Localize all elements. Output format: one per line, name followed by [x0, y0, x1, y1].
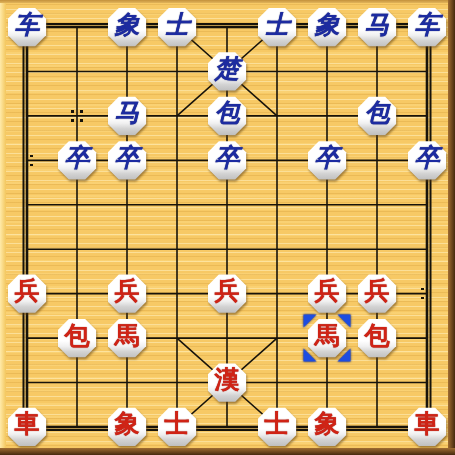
board-point-c10[interactable]: 象 [102, 5, 152, 49]
cho-cannon[interactable]: 包 [358, 96, 397, 135]
board-point-e10[interactable] [202, 5, 252, 49]
piece-glyph: 卒 [308, 141, 347, 174]
board-point-b5[interactable] [52, 227, 102, 271]
board-point-f5[interactable] [252, 227, 302, 271]
han-cannon[interactable]: 包 [358, 319, 397, 358]
board-point-i5[interactable] [402, 227, 452, 271]
cho-elephant[interactable]: 象 [108, 8, 147, 47]
board-point-f6[interactable] [252, 183, 302, 227]
cho-advisor[interactable]: 士 [158, 8, 197, 47]
piece-glyph: 包 [358, 319, 397, 352]
han-horse[interactable]: 馬 [308, 319, 347, 358]
board-point-i1[interactable]: 車 [402, 405, 452, 449]
board-point-b1[interactable] [52, 405, 102, 449]
board-point-h5[interactable] [352, 227, 402, 271]
board-point-a10[interactable]: 车 [2, 5, 52, 49]
han-advisor[interactable]: 士 [158, 407, 197, 446]
board-point-c1[interactable]: 象 [102, 405, 152, 449]
board-point-g1[interactable]: 象 [302, 405, 352, 449]
board-point-d2[interactable] [152, 360, 202, 404]
cho-cannon[interactable]: 包 [208, 96, 247, 135]
han-pawn[interactable]: 兵 [108, 274, 147, 313]
piece-glyph: 馬 [108, 319, 147, 352]
board-point-g9[interactable] [302, 49, 352, 93]
board-point-h6[interactable] [352, 183, 402, 227]
board-point-f8[interactable] [252, 94, 302, 138]
board-point-e7[interactable]: 卒 [202, 138, 252, 182]
piece-glyph: 車 [8, 407, 47, 440]
board-grid: 车象士士象马车楚马包包卒卒卒卒卒兵兵兵兵兵包馬馬包漢車象士士象車 [2, 5, 452, 450]
board-point-d6[interactable] [152, 183, 202, 227]
cho-pawn[interactable]: 卒 [58, 141, 97, 180]
board-point-b6[interactable] [52, 183, 102, 227]
piece-glyph: 包 [58, 319, 97, 352]
board-point-d7[interactable] [152, 138, 202, 182]
board-point-h8[interactable]: 包 [352, 94, 402, 138]
han-chariot[interactable]: 車 [408, 407, 447, 446]
han-general[interactable]: 漢 [208, 363, 247, 402]
board-point-g2[interactable] [302, 360, 352, 404]
board-point-c9[interactable] [102, 49, 152, 93]
board-point-e3[interactable] [202, 316, 252, 360]
han-cannon[interactable]: 包 [58, 319, 97, 358]
cho-pawn[interactable]: 卒 [408, 141, 447, 180]
board-point-c7[interactable]: 卒 [102, 138, 152, 182]
board-point-d9[interactable] [152, 49, 202, 93]
piece-glyph: 卒 [408, 141, 447, 174]
board-point-i4[interactable] [402, 271, 452, 315]
cho-pawn[interactable]: 卒 [108, 141, 147, 180]
piece-glyph: 卒 [208, 141, 247, 174]
board-point-e1[interactable] [202, 405, 252, 449]
han-pawn[interactable]: 兵 [308, 274, 347, 313]
board-point-a4[interactable]: 兵 [2, 271, 52, 315]
board-point-h9[interactable] [352, 49, 402, 93]
piece-glyph: 士 [258, 407, 297, 440]
cho-pawn[interactable]: 卒 [308, 141, 347, 180]
han-elephant[interactable]: 象 [108, 407, 147, 446]
board-point-i7[interactable]: 卒 [402, 138, 452, 182]
board-point-c8[interactable]: 马 [102, 94, 152, 138]
piece-glyph: 卒 [108, 141, 147, 174]
board-point-e5[interactable] [202, 227, 252, 271]
board-point-f3[interactable] [252, 316, 302, 360]
han-advisor[interactable]: 士 [258, 407, 297, 446]
board-point-c6[interactable] [102, 183, 152, 227]
board-point-b10[interactable] [52, 5, 102, 49]
board-point-f4[interactable] [252, 271, 302, 315]
board-point-c2[interactable] [102, 360, 152, 404]
board-point-e8[interactable]: 包 [202, 94, 252, 138]
cho-pawn[interactable]: 卒 [208, 141, 247, 180]
board-point-g4[interactable]: 兵 [302, 271, 352, 315]
board-point-b4[interactable] [52, 271, 102, 315]
piece-glyph: 馬 [308, 319, 347, 352]
board-point-b8[interactable] [52, 94, 102, 138]
board-point-a1[interactable]: 車 [2, 405, 52, 449]
piece-glyph: 象 [308, 407, 347, 440]
han-pawn[interactable]: 兵 [358, 274, 397, 313]
piece-glyph: 卒 [58, 141, 97, 174]
board-point-e6[interactable] [202, 183, 252, 227]
han-horse[interactable]: 馬 [108, 319, 147, 358]
han-elephant[interactable]: 象 [308, 407, 347, 446]
setup-marker [52, 94, 102, 138]
piece-glyph: 象 [308, 8, 347, 41]
piece-glyph: 漢 [208, 363, 247, 396]
board-point-d4[interactable] [152, 271, 202, 315]
piece-glyph: 包 [208, 96, 247, 129]
board-point-a8[interactable] [2, 94, 52, 138]
board-point-i9[interactable] [402, 49, 452, 93]
piece-glyph: 兵 [108, 274, 147, 307]
board-point-e2[interactable]: 漢 [202, 360, 252, 404]
board-point-g3[interactable]: 馬 [302, 316, 352, 360]
cho-horse[interactable]: 马 [358, 8, 397, 47]
board-point-d3[interactable] [152, 316, 202, 360]
piece-glyph: 士 [158, 407, 197, 440]
piece-glyph: 马 [358, 8, 397, 41]
board-point-a2[interactable] [2, 360, 52, 404]
janggi-board: 车象士士象马车楚马包包卒卒卒卒卒兵兵兵兵兵包馬馬包漢車象士士象車 [0, 0, 455, 455]
board-point-f10[interactable]: 士 [252, 5, 302, 49]
board-point-h10[interactable]: 马 [352, 5, 402, 49]
piece-glyph: 車 [408, 407, 447, 440]
board-point-d5[interactable] [152, 227, 202, 271]
cho-chariot[interactable]: 车 [408, 8, 447, 47]
board-point-i3[interactable] [402, 316, 452, 360]
board-point-i2[interactable] [402, 360, 452, 404]
board-point-g8[interactable] [302, 94, 352, 138]
board-point-g6[interactable] [302, 183, 352, 227]
board-point-g7[interactable]: 卒 [302, 138, 352, 182]
board-point-h2[interactable] [352, 360, 402, 404]
piece-glyph: 车 [408, 8, 447, 41]
han-pawn[interactable]: 兵 [8, 274, 47, 313]
piece-glyph: 兵 [358, 274, 397, 307]
board-point-e4[interactable]: 兵 [202, 271, 252, 315]
board-point-h1[interactable] [352, 405, 402, 449]
board-point-a9[interactable] [2, 49, 52, 93]
cho-elephant[interactable]: 象 [308, 8, 347, 47]
board-point-c3[interactable]: 馬 [102, 316, 152, 360]
board-point-a3[interactable] [2, 316, 52, 360]
board-point-a6[interactable] [2, 183, 52, 227]
board-point-f1[interactable]: 士 [252, 405, 302, 449]
board-point-i10[interactable]: 车 [402, 5, 452, 49]
piece-glyph: 士 [158, 8, 197, 41]
board-point-f7[interactable] [252, 138, 302, 182]
piece-glyph: 马 [108, 96, 147, 129]
board-point-i8[interactable] [402, 94, 452, 138]
board-point-d1[interactable]: 士 [152, 405, 202, 449]
board-point-b7[interactable]: 卒 [52, 138, 102, 182]
cho-general[interactable]: 楚 [208, 52, 247, 91]
cho-horse[interactable]: 马 [108, 96, 147, 135]
piece-glyph: 兵 [308, 274, 347, 307]
board-point-b3[interactable]: 包 [52, 316, 102, 360]
board-point-a5[interactable] [2, 227, 52, 271]
piece-glyph: 车 [8, 8, 47, 41]
board-point-c5[interactable] [102, 227, 152, 271]
setup-marker [402, 271, 452, 315]
han-chariot[interactable]: 車 [8, 407, 47, 446]
board-point-c4[interactable]: 兵 [102, 271, 152, 315]
board-point-f2[interactable] [252, 360, 302, 404]
board-point-g10[interactable]: 象 [302, 5, 352, 49]
han-pawn[interactable]: 兵 [208, 274, 247, 313]
piece-glyph: 象 [108, 407, 147, 440]
piece-glyph: 士 [258, 8, 297, 41]
board-point-h3[interactable]: 包 [352, 316, 402, 360]
board-point-e9[interactable]: 楚 [202, 49, 252, 93]
board-point-i6[interactable] [402, 183, 452, 227]
cho-chariot[interactable]: 车 [8, 8, 47, 47]
board-point-f9[interactable] [252, 49, 302, 93]
board-point-h7[interactable] [352, 138, 402, 182]
board-point-a7[interactable] [2, 138, 52, 182]
board-point-d10[interactable]: 士 [152, 5, 202, 49]
piece-glyph: 兵 [8, 274, 47, 307]
board-point-g5[interactable] [302, 227, 352, 271]
piece-glyph: 象 [108, 8, 147, 41]
cho-advisor[interactable]: 士 [258, 8, 297, 47]
board-point-b9[interactable] [52, 49, 102, 93]
setup-marker [2, 138, 52, 182]
piece-glyph: 包 [358, 96, 397, 129]
board-point-d8[interactable] [152, 94, 202, 138]
board-point-b2[interactable] [52, 360, 102, 404]
piece-glyph: 楚 [208, 52, 247, 85]
board-point-h4[interactable]: 兵 [352, 271, 402, 315]
piece-glyph: 兵 [208, 274, 247, 307]
